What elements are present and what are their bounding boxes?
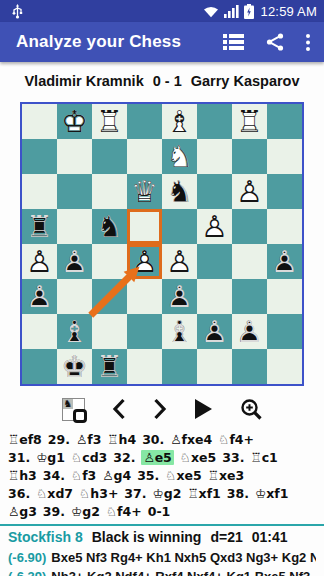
square[interactable] <box>197 139 232 174</box>
square[interactable] <box>232 349 267 384</box>
square[interactable] <box>57 139 92 174</box>
signal-bars-icon <box>224 5 239 18</box>
board-setup-button[interactable]: ♞ <box>62 398 85 421</box>
square[interactable]: ♟♙ <box>267 244 302 279</box>
square[interactable] <box>162 209 197 244</box>
square[interactable] <box>92 279 127 314</box>
square[interactable] <box>232 139 267 174</box>
variation-eval: (-6.90) <box>8 550 46 565</box>
white-pawn: ♟♙ <box>127 244 162 279</box>
square[interactable] <box>267 349 302 384</box>
move-token[interactable]: 38. <box>227 486 249 501</box>
clock: 12:59 AM <box>260 4 317 19</box>
square[interactable] <box>92 174 127 209</box>
move-token[interactable]: ♙g4 <box>102 468 131 483</box>
square[interactable]: ♟♙ <box>197 314 232 349</box>
engine-evaluation-text: Black is winning <box>92 529 202 545</box>
play-button[interactable] <box>194 398 213 420</box>
square[interactable]: ♟♙ <box>127 244 162 279</box>
square[interactable] <box>127 349 162 384</box>
square[interactable]: ♝♗ <box>162 104 197 139</box>
square[interactable]: ♞♘ <box>92 209 127 244</box>
game-header: Vladimir Kramnik 0 - 1 Garry Kasparov <box>0 62 324 100</box>
square[interactable] <box>267 139 302 174</box>
square[interactable] <box>57 174 92 209</box>
white-pawn: ♟♙ <box>162 244 197 279</box>
move-token[interactable]: 39. <box>43 504 65 519</box>
move-token[interactable]: ♔g2 <box>71 504 100 519</box>
engine-variation[interactable]: (-6.39)Nh3+ Kg2 Ndf4+ Rxf4 Nxf4+ Kg1 Bxe… <box>8 567 316 576</box>
move-token[interactable]: ♔g2 <box>153 486 182 501</box>
move-token[interactable]: ♔xf1 <box>255 486 288 501</box>
move-line: ♖h334.♘f3♙g435.♘xe5♖xe3 <box>8 466 316 484</box>
engine-lines: (-6.90)Bxe5 Nf3 Rg4+ Kh1 Nxh5 Qxd3 Ng3+ … <box>8 548 316 576</box>
variation-moves: Bxe5 Nf3 Rg4+ Kh1 Nxh5 Qxd3 Ng3+ Kg2 N <box>51 550 316 565</box>
square[interactable] <box>267 104 302 139</box>
move-line: ♙g339.♔g2♘f4+0-1 <box>8 502 316 520</box>
white-player-name: Vladimir Kramnik <box>24 73 143 89</box>
black-pawn: ♟♙ <box>232 314 267 349</box>
variation-moves: Nh3+ Kg2 Ndf4+ Rxf4 Nxf4+ Kg1 Bxe5 Nf3 <box>51 569 310 576</box>
square[interactable]: ♟♙ <box>232 174 267 209</box>
white-rook: ♜♖ <box>92 104 127 139</box>
black-knight: ♞♘ <box>92 209 127 244</box>
page-title: Analyze your Chess <box>16 32 201 52</box>
move-token[interactable]: 32. <box>113 450 135 465</box>
square[interactable]: ♟♙ <box>162 279 197 314</box>
move-token[interactable]: 29. <box>48 432 70 447</box>
square[interactable] <box>127 314 162 349</box>
square[interactable]: ♝♗ <box>57 314 92 349</box>
white-king: ♚♔ <box>57 104 92 139</box>
board-setup-icon: ♞ <box>62 398 85 421</box>
move-token[interactable]: ♔g1 <box>36 450 65 465</box>
move-token[interactable]: ♘xe5 <box>180 450 216 465</box>
next-move-button[interactable] <box>153 397 167 421</box>
black-rook: ♜♖ <box>22 209 57 244</box>
screen: 12:59 AM Analyze your Chess <box>0 0 324 576</box>
square[interactable] <box>197 349 232 384</box>
square[interactable] <box>57 279 92 314</box>
square[interactable] <box>92 139 127 174</box>
square[interactable] <box>267 209 302 244</box>
move-token[interactable]: ♖xf1 <box>187 486 220 501</box>
move-token[interactable]: 31. <box>8 450 30 465</box>
chevron-right-icon <box>153 397 167 421</box>
move-token[interactable]: 0-1 <box>148 504 171 519</box>
move-token[interactable]: ♖h4 <box>107 432 136 447</box>
move-token[interactable]: ♖c1 <box>250 450 277 465</box>
move-token[interactable]: 36. <box>8 486 30 501</box>
square[interactable] <box>197 244 232 279</box>
previous-move-button[interactable] <box>112 397 126 421</box>
share-icon[interactable] <box>266 33 284 51</box>
move-token[interactable]: ♙g3 <box>8 504 37 519</box>
square[interactable]: ♟♙ <box>22 279 57 314</box>
black-knight: ♞♘ <box>162 174 197 209</box>
white-pawn: ♟♙ <box>22 244 57 279</box>
square[interactable]: ♝♗ <box>162 314 197 349</box>
square[interactable] <box>22 139 57 174</box>
square[interactable] <box>162 349 197 384</box>
black-pawn: ♟♙ <box>197 314 232 349</box>
move-token[interactable]: ♘xd7 <box>36 486 73 501</box>
square[interactable] <box>22 314 57 349</box>
square[interactable] <box>22 174 57 209</box>
square[interactable]: ♞♘ <box>162 139 197 174</box>
square[interactable] <box>92 314 127 349</box>
black-rook: ♜♖ <box>92 349 127 384</box>
board-toolbar: ♞ <box>0 391 324 427</box>
square[interactable] <box>127 104 162 139</box>
zoom-in-icon <box>240 398 263 421</box>
black-pawn: ♟♙ <box>57 244 92 279</box>
square[interactable]: ♞♘ <box>162 174 197 209</box>
square[interactable] <box>127 209 162 244</box>
move-line: ♖ef829.♙f3♖h430.♙fxe4♘f4+ <box>8 430 316 448</box>
move-token[interactable]: ♘f3 <box>71 468 96 483</box>
move-token[interactable]: ♘h3+ <box>79 486 118 501</box>
square[interactable] <box>232 279 267 314</box>
zoom-in-button[interactable] <box>240 398 263 421</box>
engine-variation[interactable]: (-6.90)Bxe5 Nf3 Rg4+ Kh1 Nxh5 Qxd3 Ng3+ … <box>8 548 316 567</box>
variation-eval: (-6.39) <box>8 569 46 576</box>
square[interactable]: ♜♖ <box>232 104 267 139</box>
move-token[interactable]: 30. <box>142 432 164 447</box>
move-token[interactable]: ♘f4+ <box>218 432 254 447</box>
move-token[interactable]: ♘xe5 <box>165 468 201 483</box>
square[interactable]: ♚♔ <box>57 104 92 139</box>
square[interactable]: ♛♕ <box>127 174 162 209</box>
move-token[interactable]: ♖ef8 <box>8 432 42 447</box>
overflow-menu-icon[interactable] <box>306 34 310 51</box>
battery-charging-icon <box>244 4 254 19</box>
status-bar: 12:59 AM <box>0 0 324 22</box>
move-list: ♖ef829.♙f3♖h430.♙fxe4♘f4+31.♔g1♘cd332.♙e… <box>0 427 324 520</box>
square[interactable]: ♚♔ <box>57 349 92 384</box>
square[interactable]: ♜♖ <box>92 104 127 139</box>
engine-header: Stockfish 8 Black is winning d=21 01:41 <box>8 529 316 548</box>
move-token[interactable]: 35. <box>137 468 159 483</box>
move-token[interactable]: ♘cd3 <box>71 450 107 465</box>
move-line: 31.♔g1♘cd332.♙e5♘xe533.♖c1 <box>8 448 316 466</box>
square[interactable] <box>57 209 92 244</box>
square[interactable] <box>92 244 127 279</box>
engine-panel: Stockfish 8 Black is winning d=21 01:41 … <box>0 524 324 576</box>
square[interactable] <box>267 314 302 349</box>
current-move[interactable]: ♙e5 <box>141 450 173 465</box>
square[interactable]: ♟♙ <box>232 314 267 349</box>
square[interactable] <box>127 139 162 174</box>
square[interactable]: ♟♙ <box>57 244 92 279</box>
move-list-icon[interactable] <box>223 34 244 50</box>
square[interactable] <box>197 279 232 314</box>
engine-name: Stockfish 8 <box>8 529 83 545</box>
move-token[interactable]: ♙fxe4 <box>170 432 212 447</box>
white-pawn: ♟♙ <box>197 209 232 244</box>
white-bishop: ♝♗ <box>162 104 197 139</box>
black-player-name: Garry Kasparov <box>191 73 300 89</box>
move-token[interactable]: 33. <box>222 450 244 465</box>
app-bar: Analyze your Chess <box>0 22 324 62</box>
chess-board[interactable]: ♚♔♜♖♝♗♜♖♞♘♛♕♞♘♟♙♜♖♞♘♟♙♟♙♟♙♟♙♟♙♟♙♟♙♟♙♝♗♝♗… <box>20 102 304 386</box>
square[interactable] <box>197 174 232 209</box>
move-token[interactable]: 34. <box>43 468 65 483</box>
black-pawn: ♟♙ <box>267 244 302 279</box>
black-bishop: ♝♗ <box>162 314 197 349</box>
square[interactable]: ♟♙ <box>197 209 232 244</box>
square[interactable]: ♜♖ <box>22 209 57 244</box>
square[interactable] <box>127 279 162 314</box>
move-token[interactable]: ♖xe3 <box>208 468 244 483</box>
black-pawn: ♟♙ <box>162 279 197 314</box>
move-token[interactable]: ♘f4+ <box>106 504 142 519</box>
move-token[interactable]: ♖h3 <box>8 468 37 483</box>
square[interactable] <box>267 279 302 314</box>
wifi-icon <box>203 5 219 18</box>
square[interactable] <box>22 349 57 384</box>
white-queen: ♛♕ <box>127 174 162 209</box>
square[interactable] <box>22 104 57 139</box>
square[interactable]: ♟♙ <box>162 244 197 279</box>
black-pawn: ♟♙ <box>22 279 57 314</box>
square[interactable] <box>197 104 232 139</box>
white-knight: ♞♘ <box>162 139 197 174</box>
square[interactable]: ♜♖ <box>92 349 127 384</box>
square[interactable] <box>232 244 267 279</box>
game-result: 0 - 1 <box>153 73 182 89</box>
usb-icon <box>12 4 23 19</box>
move-token[interactable]: ♙f3 <box>76 432 101 447</box>
chess-board-area: ♚♔♜♖♝♗♜♖♞♘♛♕♞♘♟♙♜♖♞♘♟♙♟♙♟♙♟♙♟♙♟♙♟♙♟♙♝♗♝♗… <box>20 102 304 386</box>
engine-time: 01:41 <box>252 529 288 545</box>
square[interactable] <box>267 174 302 209</box>
square[interactable] <box>232 209 267 244</box>
black-bishop: ♝♗ <box>57 314 92 349</box>
white-rook: ♜♖ <box>232 104 267 139</box>
move-token[interactable]: 37. <box>124 486 146 501</box>
square[interactable]: ♟♙ <box>22 244 57 279</box>
black-king: ♚♔ <box>57 349 92 384</box>
move-line: 36.♘xd7♘h3+37.♔g2♖xf138.♔xf1 <box>8 484 316 502</box>
chevron-left-icon <box>112 397 126 421</box>
play-icon <box>194 398 213 420</box>
white-pawn: ♟♙ <box>232 174 267 209</box>
engine-depth: d=21 <box>210 529 242 545</box>
